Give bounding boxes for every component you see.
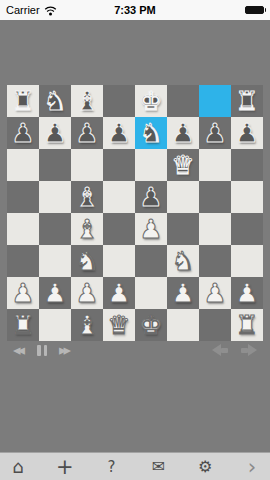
- pause-button[interactable]: [37, 345, 47, 356]
- square-b5[interactable]: [39, 181, 71, 213]
- black-pawn[interactable]: ♟: [107, 117, 130, 149]
- square-a3[interactable]: [7, 245, 39, 277]
- white-pawn[interactable]: ♟: [171, 277, 194, 309]
- status-time: 7:33 PM: [0, 4, 270, 16]
- black-pawn[interactable]: ♟: [171, 117, 194, 149]
- black-pawn[interactable]: ♟: [75, 117, 98, 149]
- battery-icon: [245, 6, 267, 14]
- square-d5[interactable]: [103, 181, 135, 213]
- square-g8[interactable]: [199, 85, 231, 117]
- square-c2[interactable]: ♟: [71, 277, 103, 309]
- white-pawn[interactable]: ♟: [43, 277, 66, 309]
- square-a1[interactable]: ♜: [7, 309, 39, 341]
- status-bar: Carrier 7:33 PM: [0, 0, 270, 20]
- square-h7[interactable]: ♟: [231, 117, 263, 149]
- square-a4[interactable]: [7, 213, 39, 245]
- black-bishop[interactable]: ♝: [75, 85, 98, 117]
- square-f8[interactable]: [167, 85, 199, 117]
- white-queen[interactable]: ♛: [107, 309, 130, 341]
- square-c4[interactable]: ♝: [71, 213, 103, 245]
- square-e1[interactable]: ♚: [135, 309, 167, 341]
- square-c3[interactable]: ♞: [71, 245, 103, 277]
- square-f1[interactable]: [167, 309, 199, 341]
- square-f6[interactable]: ♛: [167, 149, 199, 181]
- square-g6[interactable]: [199, 149, 231, 181]
- bottom-toolbar: ⌂ + ? ✉ ⚙ ›: [0, 452, 270, 480]
- square-h8[interactable]: ♜: [231, 85, 263, 117]
- white-bishop[interactable]: ♝: [75, 309, 98, 341]
- white-rook[interactable]: ♜: [235, 309, 258, 341]
- square-e4[interactable]: ♟: [135, 213, 167, 245]
- black-bishop[interactable]: ♝: [75, 181, 98, 213]
- square-d3[interactable]: [103, 245, 135, 277]
- black-king[interactable]: ♚: [139, 85, 162, 117]
- square-f2[interactable]: ♟: [167, 277, 199, 309]
- square-f5[interactable]: [167, 181, 199, 213]
- black-pawn[interactable]: ♟: [203, 117, 226, 149]
- square-d2[interactable]: ♟: [103, 277, 135, 309]
- white-knight[interactable]: ♞: [75, 245, 98, 277]
- square-b2[interactable]: ♟: [39, 277, 71, 309]
- move-back-button[interactable]: [212, 344, 228, 356]
- square-g7[interactable]: ♟: [199, 117, 231, 149]
- square-h1[interactable]: ♜: [231, 309, 263, 341]
- white-pawn[interactable]: ♟: [107, 277, 130, 309]
- settings-gear-icon[interactable]: ⚙: [196, 453, 214, 480]
- black-rook[interactable]: ♜: [235, 85, 258, 117]
- help-icon[interactable]: ?: [103, 453, 121, 480]
- black-queen[interactable]: ♛: [171, 149, 194, 181]
- square-g1[interactable]: [199, 309, 231, 341]
- square-b1[interactable]: [39, 309, 71, 341]
- square-h3[interactable]: [231, 245, 263, 277]
- square-h5[interactable]: [231, 181, 263, 213]
- square-b6[interactable]: [39, 149, 71, 181]
- square-e3[interactable]: [135, 245, 167, 277]
- chess-board[interactable]: ♜♞♝♚♜♟♟♟♟♞♟♟♟♛♝♟♝♟♞♞♟♟♟♟♟♟♟♜♝♛♚♜: [7, 85, 263, 341]
- square-d7[interactable]: ♟: [103, 117, 135, 149]
- black-knight[interactable]: ♞: [139, 117, 162, 149]
- square-a7[interactable]: ♟: [7, 117, 39, 149]
- add-icon[interactable]: +: [56, 453, 74, 480]
- fast-forward-button[interactable]: ▸▸: [59, 343, 71, 357]
- square-d1[interactable]: ♛: [103, 309, 135, 341]
- black-rook[interactable]: ♜: [11, 85, 34, 117]
- square-c5[interactable]: ♝: [71, 181, 103, 213]
- square-c7[interactable]: ♟: [71, 117, 103, 149]
- square-b4[interactable]: [39, 213, 71, 245]
- square-e5[interactable]: ♟: [135, 181, 167, 213]
- square-h2[interactable]: ♟: [231, 277, 263, 309]
- black-pawn[interactable]: ♟: [235, 117, 258, 149]
- black-knight[interactable]: ♞: [43, 85, 66, 117]
- black-pawn[interactable]: ♟: [43, 117, 66, 149]
- square-f3[interactable]: ♞: [167, 245, 199, 277]
- square-f4[interactable]: [167, 213, 199, 245]
- white-knight[interactable]: ♞: [171, 245, 194, 277]
- square-c8[interactable]: ♝: [71, 85, 103, 117]
- square-h4[interactable]: [231, 213, 263, 245]
- home-icon[interactable]: ⌂: [9, 453, 27, 480]
- square-a8[interactable]: ♜: [7, 85, 39, 117]
- white-pawn[interactable]: ♟: [203, 277, 226, 309]
- square-h6[interactable]: [231, 149, 263, 181]
- square-b7[interactable]: ♟: [39, 117, 71, 149]
- square-e7[interactable]: ♞: [135, 117, 167, 149]
- square-a6[interactable]: [7, 149, 39, 181]
- square-e2[interactable]: [135, 277, 167, 309]
- square-g2[interactable]: ♟: [199, 277, 231, 309]
- square-e8[interactable]: ♚: [135, 85, 167, 117]
- square-b3[interactable]: [39, 245, 71, 277]
- square-g4[interactable]: [199, 213, 231, 245]
- white-pawn[interactable]: ♟: [75, 277, 98, 309]
- white-king[interactable]: ♚: [139, 309, 162, 341]
- square-d4[interactable]: [103, 213, 135, 245]
- rewind-button[interactable]: ◂◂: [13, 343, 25, 357]
- mail-icon[interactable]: ✉: [149, 453, 167, 480]
- white-bishop[interactable]: ♝: [75, 213, 98, 245]
- square-c6[interactable]: [71, 149, 103, 181]
- black-pawn[interactable]: ♟: [11, 117, 34, 149]
- playback-controls: ◂◂ ▸▸: [0, 341, 270, 359]
- white-rook[interactable]: ♜: [11, 309, 34, 341]
- square-a5[interactable]: [7, 181, 39, 213]
- white-pawn[interactable]: ♟: [235, 277, 258, 309]
- square-a2[interactable]: ♟: [7, 277, 39, 309]
- square-d6[interactable]: [103, 149, 135, 181]
- white-pawn[interactable]: ♟: [139, 213, 162, 245]
- black-pawn[interactable]: ♟: [139, 181, 162, 213]
- square-f7[interactable]: ♟: [167, 117, 199, 149]
- square-c1[interactable]: ♝: [71, 309, 103, 341]
- square-b8[interactable]: ♞: [39, 85, 71, 117]
- square-g5[interactable]: [199, 181, 231, 213]
- square-g3[interactable]: [199, 245, 231, 277]
- move-forward-button[interactable]: [241, 344, 257, 356]
- square-e6[interactable]: [135, 149, 167, 181]
- chevron-right-icon[interactable]: ›: [243, 454, 261, 480]
- white-pawn[interactable]: ♟: [11, 277, 34, 309]
- square-d8[interactable]: [103, 85, 135, 117]
